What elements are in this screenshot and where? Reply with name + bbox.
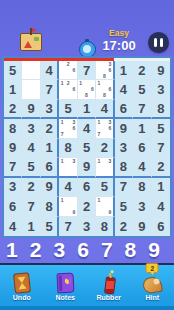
cell-r4c7[interactable]: 9 bbox=[115, 119, 133, 138]
cell-r6c2[interactable]: 5 bbox=[22, 158, 40, 177]
cell-r8c7[interactable]: 5 bbox=[115, 197, 133, 216]
notes-r6c4: 13 bbox=[59, 158, 76, 175]
cell-r3c3[interactable]: 3 bbox=[41, 100, 59, 119]
cell-r6c9[interactable]: 2 bbox=[152, 158, 170, 177]
undo-button[interactable]: Undo bbox=[2, 265, 42, 310]
cell-r2c1[interactable]: 1 bbox=[4, 80, 22, 99]
undo-label: Undo bbox=[13, 294, 31, 301]
cell-r3c7[interactable]: 6 bbox=[115, 100, 133, 119]
cell-r2c2[interactable] bbox=[22, 80, 40, 99]
cell-r6c5[interactable]: 9 bbox=[78, 158, 96, 177]
cell-r4c6[interactable]: 1367 bbox=[96, 119, 114, 138]
notes-r2c6: 168 bbox=[96, 80, 112, 98]
cell-r4c8[interactable]: 1 bbox=[133, 119, 151, 138]
pad-digit-9[interactable]: 9 bbox=[148, 238, 160, 262]
hourglass-card-icon bbox=[11, 273, 33, 293]
cell-r6c6[interactable]: 13 bbox=[96, 158, 114, 177]
cell-r6c4[interactable]: 13 bbox=[59, 158, 77, 177]
cell-r1c9[interactable]: 9 bbox=[152, 61, 170, 80]
book-icon bbox=[54, 273, 76, 293]
cell-r6c8[interactable]: 4 bbox=[133, 158, 151, 177]
notes-r6c6: 13 bbox=[96, 158, 112, 175]
cell-r5c3[interactable]: 1 bbox=[41, 139, 59, 158]
cell-r4c3[interactable]: 2 bbox=[41, 119, 59, 138]
cell-r6c1[interactable]: 7 bbox=[4, 158, 22, 177]
cell-r8c1[interactable]: 6 bbox=[4, 197, 22, 216]
cell-r3c2[interactable]: 9 bbox=[22, 100, 40, 119]
pad-digit-1[interactable]: 1 bbox=[6, 238, 18, 262]
cell-r4c9[interactable]: 5 bbox=[152, 119, 170, 138]
cell-r2c9[interactable]: 3 bbox=[152, 80, 170, 99]
timer-value: 17:00 bbox=[94, 38, 144, 53]
cell-r5c4[interactable]: 8 bbox=[59, 139, 77, 158]
cell-r1c6[interactable]: 368 bbox=[96, 61, 114, 80]
app-background: Easy 17:00 54267368129171261681684532935… bbox=[0, 0, 174, 310]
cell-r7c3[interactable]: 9 bbox=[41, 178, 59, 197]
cell-r3c4[interactable]: 5 bbox=[59, 100, 77, 119]
hint-count-badge: 2 bbox=[146, 263, 159, 273]
cell-r9c9[interactable]: 6 bbox=[152, 217, 170, 236]
cell-r2c6[interactable]: 168 bbox=[96, 80, 114, 99]
map-flag-icon bbox=[30, 28, 32, 35]
cell-r3c9[interactable]: 8 bbox=[152, 100, 170, 119]
cell-r2c5[interactable]: 168 bbox=[78, 80, 96, 99]
cell-r4c1[interactable]: 8 bbox=[4, 119, 22, 138]
cell-r2c7[interactable]: 4 bbox=[115, 80, 133, 99]
cell-r1c4[interactable]: 26 bbox=[59, 61, 77, 80]
cell-r9c6[interactable]: 8 bbox=[96, 217, 114, 236]
pause-button[interactable] bbox=[148, 32, 169, 53]
rubber-label: Rubber bbox=[97, 294, 122, 301]
cell-r4c4[interactable]: 1367 bbox=[59, 119, 77, 138]
difficulty-label: Easy bbox=[96, 28, 142, 38]
cell-r2c8[interactable]: 5 bbox=[133, 80, 151, 99]
cell-r4c5[interactable]: 4 bbox=[78, 119, 96, 138]
pad-digit-2[interactable]: 2 bbox=[30, 238, 42, 262]
notes-r8c6: 19 bbox=[96, 197, 112, 215]
cell-r5c9[interactable]: 7 bbox=[152, 139, 170, 158]
notes-label: Notes bbox=[56, 294, 75, 301]
map-icon[interactable] bbox=[20, 33, 42, 51]
cell-r7c2[interactable]: 2 bbox=[22, 178, 40, 197]
notes-r2c5: 168 bbox=[78, 80, 95, 98]
cell-r7c8[interactable]: 8 bbox=[133, 178, 151, 197]
cell-r4c2[interactable]: 3 bbox=[22, 119, 40, 138]
cell-r3c1[interactable]: 2 bbox=[4, 100, 22, 119]
pad-digit-7[interactable]: 7 bbox=[101, 238, 113, 262]
cell-r1c7[interactable]: 1 bbox=[115, 61, 133, 80]
cell-r8c6[interactable]: 19 bbox=[96, 197, 114, 216]
cell-r3c6[interactable]: 4 bbox=[96, 100, 114, 119]
cell-r8c3[interactable]: 8 bbox=[41, 197, 59, 216]
notes-r4c6: 1367 bbox=[96, 119, 112, 137]
cell-r7c1[interactable]: 3 bbox=[4, 178, 22, 197]
hint-label: Hint bbox=[145, 294, 159, 301]
cell-r6c3[interactable]: 6 bbox=[41, 158, 59, 177]
cell-r7c4[interactable]: 4 bbox=[59, 178, 77, 197]
cell-r5c5[interactable]: 5 bbox=[78, 139, 96, 158]
cell-r9c4[interactable]: 7 bbox=[59, 217, 77, 236]
notes-button[interactable]: Notes bbox=[45, 265, 85, 310]
cell-r9c8[interactable]: 9 bbox=[133, 217, 151, 236]
horn-icon bbox=[141, 273, 163, 293]
cell-r1c1[interactable]: 5 bbox=[4, 61, 22, 80]
cell-r1c8[interactable]: 2 bbox=[133, 61, 151, 80]
cell-r1c3[interactable]: 4 bbox=[41, 61, 59, 80]
cell-r5c1[interactable]: 9 bbox=[4, 139, 22, 158]
notes-r4c4: 1367 bbox=[59, 119, 76, 137]
notes-r2c4: 126 bbox=[59, 80, 76, 98]
cell-r6c7[interactable]: 8 bbox=[115, 158, 133, 177]
notes-r1c4: 26 bbox=[59, 61, 76, 79]
cell-r7c7[interactable]: 7 bbox=[115, 178, 133, 197]
bottom-toolbar: Undo Notes Rubber 2 Hint bbox=[0, 263, 174, 310]
cell-r7c9[interactable]: 1 bbox=[152, 178, 170, 197]
cell-r1c2[interactable] bbox=[22, 61, 40, 80]
cell-r9c3[interactable]: 5 bbox=[41, 217, 59, 236]
cell-r3c8[interactable]: 7 bbox=[133, 100, 151, 119]
hint-button[interactable]: 2 Hint bbox=[132, 265, 172, 310]
notes-r8c4: 19 bbox=[59, 197, 76, 215]
cell-r2c3[interactable]: 7 bbox=[41, 80, 59, 99]
cell-r8c8[interactable]: 3 bbox=[133, 197, 151, 216]
cell-r5c7[interactable]: 3 bbox=[115, 139, 133, 158]
cell-r5c2[interactable]: 4 bbox=[22, 139, 40, 158]
cell-r8c4[interactable]: 19 bbox=[59, 197, 77, 216]
cell-r9c5[interactable]: 3 bbox=[78, 217, 96, 236]
dynamite-icon bbox=[98, 273, 120, 293]
cell-r3c5[interactable]: 1 bbox=[78, 100, 96, 119]
pad-digit-8[interactable]: 8 bbox=[125, 238, 137, 262]
cell-r7c5[interactable]: 6 bbox=[78, 178, 96, 197]
pad-digit-3[interactable]: 3 bbox=[53, 238, 65, 262]
cell-r9c2[interactable]: 1 bbox=[22, 217, 40, 236]
sudoku-board: 5426736812917126168168453293514678832136… bbox=[2, 56, 172, 238]
number-pad: 1236789 bbox=[6, 237, 160, 263]
cell-r5c6[interactable]: 2 bbox=[96, 139, 114, 158]
cell-r9c7[interactable]: 2 bbox=[115, 217, 133, 236]
cell-r5c8[interactable]: 6 bbox=[133, 139, 151, 158]
cell-r8c9[interactable]: 4 bbox=[152, 197, 170, 216]
cell-r7c6[interactable]: 5 bbox=[96, 178, 114, 197]
cell-r1c5[interactable]: 7 bbox=[78, 61, 96, 80]
rubber-button[interactable]: Rubber bbox=[89, 265, 129, 310]
cell-r9c1[interactable]: 4 bbox=[4, 217, 22, 236]
cell-r8c5[interactable]: 2 bbox=[78, 197, 96, 216]
pad-digit-6[interactable]: 6 bbox=[77, 238, 89, 262]
sudoku-grid: 5426736812917126168168453293514678832136… bbox=[4, 61, 170, 236]
cell-r2c4[interactable]: 126 bbox=[59, 80, 77, 99]
notes-r1c6: 368 bbox=[96, 61, 112, 79]
cell-r8c2[interactable]: 7 bbox=[22, 197, 40, 216]
